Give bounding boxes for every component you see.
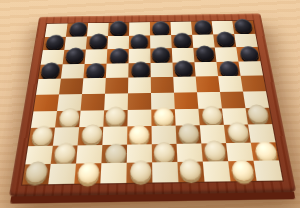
square-r7c10[interactable] xyxy=(245,107,272,124)
square-r7c5[interactable] xyxy=(127,109,151,126)
square-r7c8[interactable] xyxy=(198,108,224,125)
square-r9c3[interactable] xyxy=(76,145,102,164)
square-r8c9[interactable] xyxy=(224,125,251,143)
square-r5c3[interactable] xyxy=(82,78,106,94)
white-man-piece[interactable] xyxy=(230,160,254,182)
square-r1c2[interactable] xyxy=(66,23,88,36)
square-r9c10[interactable] xyxy=(251,142,279,161)
white-man-piece[interactable] xyxy=(178,124,199,144)
black-man-piece[interactable] xyxy=(239,46,260,61)
square-r10c8[interactable] xyxy=(203,162,231,182)
white-man-piece[interactable] xyxy=(58,109,80,128)
black-man-piece[interactable] xyxy=(195,46,214,61)
square-r1c8[interactable] xyxy=(191,21,213,34)
board-grid xyxy=(21,20,284,186)
square-r6c3[interactable] xyxy=(81,94,105,111)
white-man-piece[interactable] xyxy=(128,125,148,145)
white-man-piece[interactable] xyxy=(201,106,223,125)
black-man-piece[interactable] xyxy=(69,22,88,36)
white-man-piece[interactable] xyxy=(30,126,53,146)
square-r1c4[interactable] xyxy=(108,23,129,36)
square-r6c6[interactable] xyxy=(151,93,175,110)
square-r5c7[interactable] xyxy=(173,77,197,93)
square-r3c10[interactable] xyxy=(236,47,260,61)
black-man-piece[interactable] xyxy=(151,47,169,62)
black-man-piece[interactable] xyxy=(173,33,192,48)
table-surface xyxy=(0,0,300,208)
square-r6c5[interactable] xyxy=(128,93,152,110)
black-man-piece[interactable] xyxy=(193,20,212,34)
square-r10c3[interactable] xyxy=(74,164,101,184)
square-r10c9[interactable] xyxy=(228,161,256,181)
black-man-piece[interactable] xyxy=(88,34,107,49)
white-man-piece[interactable] xyxy=(77,162,100,184)
black-man-piece[interactable] xyxy=(109,21,127,35)
square-r8c5[interactable] xyxy=(127,126,152,144)
white-man-piece[interactable] xyxy=(254,141,278,162)
square-r6c7[interactable] xyxy=(174,92,198,109)
square-r4c8[interactable] xyxy=(194,62,218,77)
black-man-piece[interactable] xyxy=(85,63,104,79)
square-r3c2[interactable] xyxy=(63,50,86,64)
square-r2c10[interactable] xyxy=(234,33,258,47)
black-man-piece[interactable] xyxy=(233,19,252,33)
white-man-piece[interactable] xyxy=(105,107,125,126)
white-man-piece[interactable] xyxy=(246,105,269,124)
square-r4c9[interactable] xyxy=(216,61,240,76)
square-r5c6[interactable] xyxy=(151,77,174,93)
square-r5c4[interactable] xyxy=(105,78,128,94)
square-r10c7[interactable] xyxy=(177,162,204,182)
square-r3c6[interactable] xyxy=(150,48,172,62)
white-man-piece[interactable] xyxy=(24,162,48,184)
square-r4c5[interactable] xyxy=(128,63,150,78)
black-man-piece[interactable] xyxy=(65,48,84,63)
white-man-piece[interactable] xyxy=(153,142,174,163)
white-man-piece[interactable] xyxy=(129,161,150,183)
white-man-piece[interactable] xyxy=(179,159,202,181)
square-r8c7[interactable] xyxy=(176,125,202,143)
square-r3c9[interactable] xyxy=(215,47,239,61)
square-r2c1[interactable] xyxy=(43,36,66,50)
square-r10c1[interactable] xyxy=(22,164,50,184)
square-r1c6[interactable] xyxy=(150,22,171,35)
square-r3c4[interactable] xyxy=(107,49,129,63)
square-r10c6[interactable] xyxy=(152,162,178,182)
square-r3c8[interactable] xyxy=(193,48,216,62)
draughts-board xyxy=(9,13,296,196)
square-r10c4[interactable] xyxy=(100,163,126,183)
square-r6c9[interactable] xyxy=(220,92,245,109)
square-r5c8[interactable] xyxy=(196,76,220,92)
white-man-piece[interactable] xyxy=(104,143,125,164)
square-r5c5[interactable] xyxy=(128,78,151,94)
black-man-piece[interactable] xyxy=(131,61,150,77)
black-man-piece[interactable] xyxy=(45,35,65,50)
square-r9c6[interactable] xyxy=(152,144,178,163)
square-r3c3[interactable] xyxy=(85,49,108,63)
square-r4c2[interactable] xyxy=(61,64,85,79)
square-r7c4[interactable] xyxy=(103,110,127,127)
square-r5c2[interactable] xyxy=(59,79,83,95)
square-r6c1[interactable] xyxy=(34,94,59,111)
black-man-piece[interactable] xyxy=(152,21,170,35)
square-r4c6[interactable] xyxy=(151,62,174,77)
square-r9c4[interactable] xyxy=(101,144,127,163)
white-man-piece[interactable] xyxy=(226,122,249,141)
black-man-piece[interactable] xyxy=(40,62,61,78)
square-r8c10[interactable] xyxy=(248,124,275,142)
square-r4c10[interactable] xyxy=(238,61,263,76)
black-man-piece[interactable] xyxy=(215,32,234,47)
white-man-piece[interactable] xyxy=(53,143,76,164)
square-r9c9[interactable] xyxy=(226,142,254,161)
square-r2c5[interactable] xyxy=(129,35,150,49)
square-r1c5[interactable] xyxy=(129,22,150,35)
square-r8c4[interactable] xyxy=(102,127,127,145)
square-r1c10[interactable] xyxy=(232,21,255,34)
square-r5c9[interactable] xyxy=(218,76,243,92)
square-r5c10[interactable] xyxy=(241,76,266,92)
square-r10c10[interactable] xyxy=(254,161,283,181)
square-r4c7[interactable] xyxy=(172,62,195,77)
black-man-piece[interactable] xyxy=(109,48,127,64)
square-r2c4[interactable] xyxy=(107,35,129,49)
square-r8c3[interactable] xyxy=(78,127,104,145)
square-r9c2[interactable] xyxy=(51,145,78,164)
square-r10c2[interactable] xyxy=(48,164,76,184)
square-r9c8[interactable] xyxy=(201,143,228,162)
square-r2c3[interactable] xyxy=(86,36,108,50)
square-r4c1[interactable] xyxy=(38,64,62,79)
black-man-piece[interactable] xyxy=(218,61,238,77)
white-man-piece[interactable] xyxy=(81,124,102,144)
white-man-piece[interactable] xyxy=(203,140,226,160)
board-frame xyxy=(9,13,296,196)
square-r5c1[interactable] xyxy=(36,79,61,95)
square-r4c3[interactable] xyxy=(83,63,106,78)
white-man-piece[interactable] xyxy=(153,108,173,127)
square-r7c2[interactable] xyxy=(55,110,81,127)
black-man-piece[interactable] xyxy=(174,60,193,76)
square-r7c6[interactable] xyxy=(151,109,175,126)
square-r4c4[interactable] xyxy=(106,63,129,78)
square-r2c7[interactable] xyxy=(171,34,193,48)
square-r2c9[interactable] xyxy=(213,34,236,48)
black-man-piece[interactable] xyxy=(130,34,148,49)
square-r8c1[interactable] xyxy=(28,128,55,146)
square-r10c5[interactable] xyxy=(126,163,152,183)
